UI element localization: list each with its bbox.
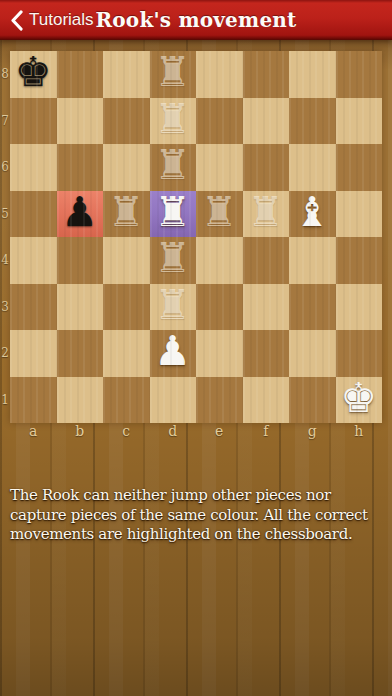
square-d2[interactable]: ♟ bbox=[150, 330, 197, 377]
square-d3[interactable]: ♜ bbox=[150, 284, 197, 331]
square-h2[interactable] bbox=[336, 330, 383, 377]
square-h1[interactable]: ♚ bbox=[336, 377, 383, 424]
square-g2[interactable] bbox=[289, 330, 336, 377]
square-h5[interactable] bbox=[336, 191, 383, 238]
rank-label-8: 8 bbox=[0, 51, 10, 98]
file-label-d: d bbox=[150, 423, 197, 439]
ghost-rook-move-c5: ♜ bbox=[103, 189, 150, 236]
back-button[interactable]: Tutorials bbox=[10, 0, 94, 40]
rank-label-2: 2 bbox=[0, 330, 10, 377]
square-f7[interactable] bbox=[243, 98, 290, 145]
piece-white-king: ♚ bbox=[336, 375, 383, 422]
square-h8[interactable] bbox=[336, 51, 383, 98]
square-c6[interactable] bbox=[103, 144, 150, 191]
square-g6[interactable] bbox=[289, 144, 336, 191]
square-b3[interactable] bbox=[57, 284, 104, 331]
square-a6[interactable] bbox=[10, 144, 57, 191]
piece-white-bishop: ♝ bbox=[289, 189, 336, 236]
piece-black-king: ♚ bbox=[10, 49, 57, 96]
square-e5[interactable]: ♜ bbox=[196, 191, 243, 238]
file-labels: abcdefgh bbox=[10, 423, 382, 439]
tutorial-caption: The Rook can neither jump other pieces n… bbox=[10, 486, 384, 545]
rank-label-7: 7 bbox=[0, 98, 10, 145]
square-b2[interactable] bbox=[57, 330, 104, 377]
ghost-rook-move-d7: ♜ bbox=[150, 96, 197, 143]
file-label-a: a bbox=[10, 423, 57, 439]
square-g7[interactable] bbox=[289, 98, 336, 145]
square-g8[interactable] bbox=[289, 51, 336, 98]
square-f5[interactable]: ♜ bbox=[243, 191, 290, 238]
square-f3[interactable] bbox=[243, 284, 290, 331]
square-e4[interactable] bbox=[196, 237, 243, 284]
square-h3[interactable] bbox=[336, 284, 383, 331]
square-c1[interactable] bbox=[103, 377, 150, 424]
ghost-rook-move-d6: ♜ bbox=[150, 142, 197, 189]
file-label-e: e bbox=[196, 423, 243, 439]
square-a4[interactable] bbox=[10, 237, 57, 284]
rank-label-6: 6 bbox=[0, 144, 10, 191]
square-g1[interactable] bbox=[289, 377, 336, 424]
piece-white-rook: ♜ bbox=[150, 189, 197, 236]
app-background: Tutorials Rook's movement 87654321 ♚♜♜♜♟… bbox=[0, 0, 392, 696]
chessboard: ♚♜♜♜♟♜♜♜♜♝♜♜♟♚ bbox=[10, 51, 382, 423]
ghost-rook-move-d4: ♜ bbox=[150, 235, 197, 282]
file-label-c: c bbox=[103, 423, 150, 439]
rank-label-5: 5 bbox=[0, 191, 10, 238]
piece-black-pawn: ♟ bbox=[57, 189, 104, 236]
square-d6[interactable]: ♜ bbox=[150, 144, 197, 191]
square-d8[interactable]: ♜ bbox=[150, 51, 197, 98]
square-f6[interactable] bbox=[243, 144, 290, 191]
square-a2[interactable] bbox=[10, 330, 57, 377]
square-a7[interactable] bbox=[10, 98, 57, 145]
rank-labels: 87654321 bbox=[0, 51, 10, 423]
square-f2[interactable] bbox=[243, 330, 290, 377]
square-a1[interactable] bbox=[10, 377, 57, 424]
rank-label-3: 3 bbox=[0, 284, 10, 331]
square-d1[interactable] bbox=[150, 377, 197, 424]
square-e6[interactable] bbox=[196, 144, 243, 191]
square-c4[interactable] bbox=[103, 237, 150, 284]
square-e2[interactable] bbox=[196, 330, 243, 377]
ghost-rook-move-e5: ♜ bbox=[196, 189, 243, 236]
square-g5[interactable]: ♝ bbox=[289, 191, 336, 238]
square-g4[interactable] bbox=[289, 237, 336, 284]
back-button-label: Tutorials bbox=[29, 10, 94, 30]
square-f4[interactable] bbox=[243, 237, 290, 284]
rank-label-1: 1 bbox=[0, 377, 10, 424]
square-c8[interactable] bbox=[103, 51, 150, 98]
square-b8[interactable] bbox=[57, 51, 104, 98]
square-h4[interactable] bbox=[336, 237, 383, 284]
ghost-rook-move-f5: ♜ bbox=[243, 189, 290, 236]
square-c3[interactable] bbox=[103, 284, 150, 331]
square-e3[interactable] bbox=[196, 284, 243, 331]
square-b5[interactable]: ♟ bbox=[57, 191, 104, 238]
square-c2[interactable] bbox=[103, 330, 150, 377]
square-f8[interactable] bbox=[243, 51, 290, 98]
rank-label-4: 4 bbox=[0, 237, 10, 284]
square-b6[interactable] bbox=[57, 144, 104, 191]
ghost-rook-move-d3: ♜ bbox=[150, 282, 197, 329]
square-e7[interactable] bbox=[196, 98, 243, 145]
square-b1[interactable] bbox=[57, 377, 104, 424]
square-e1[interactable] bbox=[196, 377, 243, 424]
square-c5[interactable]: ♜ bbox=[103, 191, 150, 238]
back-chevron-icon bbox=[10, 10, 23, 31]
square-a3[interactable] bbox=[10, 284, 57, 331]
file-label-b: b bbox=[57, 423, 104, 439]
square-d4[interactable]: ♜ bbox=[150, 237, 197, 284]
file-label-g: g bbox=[289, 423, 336, 439]
square-b4[interactable] bbox=[57, 237, 104, 284]
square-f1[interactable] bbox=[243, 377, 290, 424]
square-d5[interactable]: ♜ bbox=[150, 191, 197, 238]
file-label-h: h bbox=[336, 423, 383, 439]
square-h7[interactable] bbox=[336, 98, 383, 145]
file-label-f: f bbox=[243, 423, 290, 439]
square-c7[interactable] bbox=[103, 98, 150, 145]
square-h6[interactable] bbox=[336, 144, 383, 191]
square-b7[interactable] bbox=[57, 98, 104, 145]
square-g3[interactable] bbox=[289, 284, 336, 331]
square-a5[interactable] bbox=[10, 191, 57, 238]
square-d7[interactable]: ♜ bbox=[150, 98, 197, 145]
navigation-bar: Tutorials Rook's movement bbox=[0, 0, 392, 40]
ghost-rook-move-d8: ♜ bbox=[150, 49, 197, 96]
square-a8[interactable]: ♚ bbox=[10, 51, 57, 98]
piece-white-pawn: ♟ bbox=[150, 328, 197, 375]
square-e8[interactable] bbox=[196, 51, 243, 98]
